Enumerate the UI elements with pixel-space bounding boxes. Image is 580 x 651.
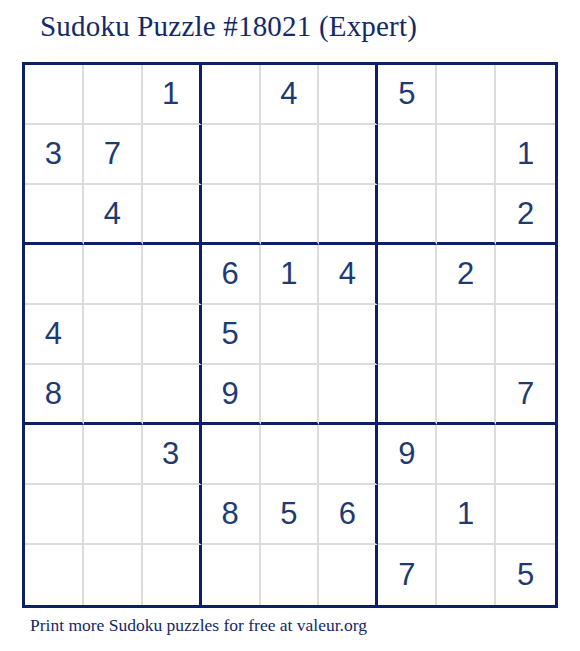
cell-r6c2 <box>84 365 143 425</box>
cell-r2c6 <box>319 125 378 185</box>
cell-r2c9: 1 <box>496 125 555 185</box>
cell-r1c7: 5 <box>378 65 437 125</box>
cell-r5c3 <box>143 305 202 365</box>
cell-r1c1 <box>25 65 84 125</box>
cell-r3c9: 2 <box>496 185 555 245</box>
cell-r4c8: 2 <box>437 245 496 305</box>
sudoku-board: 1453714261424589739856175 <box>22 62 558 608</box>
cell-r7c3: 3 <box>143 425 202 485</box>
cell-r8c3 <box>143 485 202 545</box>
cell-r5c2 <box>84 305 143 365</box>
cell-r3c8 <box>437 185 496 245</box>
cell-r8c9 <box>496 485 555 545</box>
cell-r6c9: 7 <box>496 365 555 425</box>
cell-r8c5: 5 <box>261 485 320 545</box>
sudoku-print-page: Sudoku Puzzle #18021 (Expert) 1453714261… <box>0 0 580 651</box>
cell-r5c8 <box>437 305 496 365</box>
cell-r3c2: 4 <box>84 185 143 245</box>
cell-r6c6 <box>319 365 378 425</box>
cell-r8c8: 1 <box>437 485 496 545</box>
cell-r6c1: 8 <box>25 365 84 425</box>
cell-r5c1: 4 <box>25 305 84 365</box>
cell-r4c7 <box>378 245 437 305</box>
cell-r1c9 <box>496 65 555 125</box>
cell-r7c8 <box>437 425 496 485</box>
cell-r9c7: 7 <box>378 545 437 605</box>
cell-r2c2: 7 <box>84 125 143 185</box>
cell-r1c5: 4 <box>261 65 320 125</box>
cell-r8c4: 8 <box>202 485 261 545</box>
cell-r1c8 <box>437 65 496 125</box>
cell-r8c7 <box>378 485 437 545</box>
cell-r2c1: 3 <box>25 125 84 185</box>
cell-r8c1 <box>25 485 84 545</box>
cell-r3c7 <box>378 185 437 245</box>
cell-r7c4 <box>202 425 261 485</box>
cell-r1c2 <box>84 65 143 125</box>
cell-r3c6 <box>319 185 378 245</box>
cell-r1c4 <box>202 65 261 125</box>
cell-r4c6: 4 <box>319 245 378 305</box>
cell-r6c8 <box>437 365 496 425</box>
cell-r6c3 <box>143 365 202 425</box>
cell-r7c2 <box>84 425 143 485</box>
cell-r4c1 <box>25 245 84 305</box>
cell-r7c5 <box>261 425 320 485</box>
cell-r4c5: 1 <box>261 245 320 305</box>
cell-r3c1 <box>25 185 84 245</box>
cell-r9c8 <box>437 545 496 605</box>
cell-r9c4 <box>202 545 261 605</box>
cell-r9c6 <box>319 545 378 605</box>
cell-r2c5 <box>261 125 320 185</box>
cell-r2c3 <box>143 125 202 185</box>
cell-r1c3: 1 <box>143 65 202 125</box>
cell-r2c8 <box>437 125 496 185</box>
cell-r5c5 <box>261 305 320 365</box>
cell-r2c7 <box>378 125 437 185</box>
cell-r9c2 <box>84 545 143 605</box>
cell-r9c9: 5 <box>496 545 555 605</box>
cell-r3c4 <box>202 185 261 245</box>
cell-r4c9 <box>496 245 555 305</box>
cell-r4c2 <box>84 245 143 305</box>
cell-r5c4: 5 <box>202 305 261 365</box>
cell-r9c3 <box>143 545 202 605</box>
cell-r7c1 <box>25 425 84 485</box>
cell-r6c4: 9 <box>202 365 261 425</box>
cell-r3c3 <box>143 185 202 245</box>
cell-r5c9 <box>496 305 555 365</box>
cell-r3c5 <box>261 185 320 245</box>
cell-r4c4: 6 <box>202 245 261 305</box>
cell-r7c9 <box>496 425 555 485</box>
cell-r9c1 <box>25 545 84 605</box>
cell-r4c3 <box>143 245 202 305</box>
cell-r6c7 <box>378 365 437 425</box>
cell-r5c7 <box>378 305 437 365</box>
cell-r8c6: 6 <box>319 485 378 545</box>
cell-r1c6 <box>319 65 378 125</box>
cell-r9c5 <box>261 545 320 605</box>
cell-r2c4 <box>202 125 261 185</box>
cell-r7c6 <box>319 425 378 485</box>
cell-r8c2 <box>84 485 143 545</box>
cell-r6c5 <box>261 365 320 425</box>
footer-text: Print more Sudoku puzzles for free at va… <box>30 615 367 636</box>
cell-r7c7: 9 <box>378 425 437 485</box>
page-title: Sudoku Puzzle #18021 (Expert) <box>40 10 417 43</box>
cell-r5c6 <box>319 305 378 365</box>
